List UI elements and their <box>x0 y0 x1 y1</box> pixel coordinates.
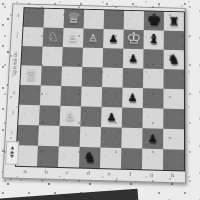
chess-board-frame: TORNEO ▲◆▼ ♕♚♜♘♙♙♟♔♝♟♞♖♟♙♟♟♞ abcdefgh 12… <box>2 3 186 183</box>
square-h4[interactable] <box>163 89 184 109</box>
white-p-piece-c3[interactable]: ♙ <box>60 105 81 126</box>
rank-label-5: 5 <box>11 71 19 76</box>
square-a1[interactable] <box>16 145 38 166</box>
square-a3[interactable] <box>18 105 40 126</box>
white-r-piece-a5[interactable]: ♖ <box>20 64 41 84</box>
square-d8[interactable] <box>84 10 105 29</box>
square-f2[interactable] <box>121 128 142 149</box>
square-g5[interactable] <box>143 69 164 89</box>
square-d5[interactable] <box>82 67 103 87</box>
square-e1[interactable] <box>100 147 121 168</box>
file-label-f: f <box>120 169 141 181</box>
square-b1[interactable] <box>37 146 59 167</box>
square-e2[interactable] <box>100 127 121 148</box>
chess-photo: TORNEO ▲◆▼ ♕♚♜♘♙♙♟♔♝♟♞♖♟♙♟♟♞ abcdefgh 12… <box>0 0 200 200</box>
square-f3[interactable] <box>122 107 143 128</box>
square-a2[interactable] <box>17 125 39 146</box>
white-p-piece-d7[interactable]: ♙ <box>83 28 104 48</box>
square-f7[interactable]: ♔ <box>123 30 143 50</box>
square-g4[interactable] <box>143 88 164 108</box>
file-label-c: c <box>57 167 78 179</box>
black-n-piece-h6[interactable]: ♞ <box>164 49 184 69</box>
square-c5[interactable] <box>61 66 82 86</box>
chess-board-grid[interactable]: ♕♚♜♘♙♙♟♔♝♟♞♖♟♙♟♟♞ <box>15 7 185 171</box>
square-b4[interactable] <box>40 85 61 105</box>
square-d3[interactable] <box>80 106 101 127</box>
square-d2[interactable] <box>80 126 101 147</box>
square-a5[interactable]: ♖ <box>20 65 41 85</box>
black-r-piece-h8[interactable]: ♜ <box>164 11 184 30</box>
square-h1[interactable] <box>163 149 184 170</box>
rank-label-8: 8 <box>14 13 22 18</box>
black-b-piece-g7[interactable]: ♝ <box>144 28 164 48</box>
black-p-piece-f4[interactable]: ♟ <box>122 87 143 107</box>
square-f5[interactable] <box>123 68 144 88</box>
square-h6[interactable]: ♞ <box>164 50 184 70</box>
chess-board-wrap: TORNEO ▲◆▼ ♕♚♜♘♙♙♟♔♝♟♞♖♟♙♟♟♞ abcdefgh 12… <box>2 3 186 183</box>
square-b7[interactable]: ♘ <box>43 27 64 47</box>
white-n-piece-b7[interactable]: ♘ <box>43 27 64 47</box>
square-h2[interactable] <box>163 129 184 150</box>
square-f4[interactable]: ♟ <box>122 88 143 108</box>
black-p-piece-e3[interactable]: ♟ <box>101 106 122 127</box>
square-f6[interactable]: ♟ <box>123 49 144 69</box>
square-b8[interactable] <box>43 9 64 28</box>
file-label-e: e <box>99 168 120 180</box>
square-e8[interactable] <box>104 10 124 29</box>
square-h7[interactable] <box>164 31 184 51</box>
square-b5[interactable] <box>41 66 62 86</box>
black-k-piece-g8[interactable]: ♚ <box>144 9 164 28</box>
black-p-piece-g2[interactable]: ♟ <box>142 127 163 148</box>
black-p-piece-e7[interactable]: ♟ <box>103 28 124 48</box>
file-label-h: h <box>162 170 183 182</box>
square-a8[interactable] <box>23 8 44 27</box>
square-h8[interactable]: ♜ <box>164 12 184 31</box>
rank-label-2: 2 <box>8 130 16 135</box>
rank-label-6: 6 <box>12 51 20 56</box>
square-c1[interactable] <box>58 146 80 167</box>
file-label-d: d <box>78 168 99 180</box>
square-b2[interactable] <box>38 125 60 146</box>
square-g7[interactable]: ♝ <box>144 30 164 50</box>
table-edge-shadow <box>0 189 138 200</box>
rank-label-1: 1 <box>7 151 15 156</box>
square-c6[interactable] <box>62 47 83 67</box>
square-c7[interactable]: ♙ <box>63 28 84 48</box>
square-a4[interactable] <box>19 85 40 105</box>
square-d7[interactable]: ♙ <box>83 29 104 49</box>
square-d1[interactable]: ♞ <box>79 147 101 168</box>
square-a7[interactable] <box>22 27 43 47</box>
square-c8[interactable]: ♕ <box>64 9 85 28</box>
square-a6[interactable] <box>21 46 42 66</box>
square-g1[interactable] <box>142 149 163 170</box>
square-b6[interactable] <box>42 47 63 67</box>
black-p-piece-f6[interactable]: ♟ <box>123 48 144 68</box>
square-d6[interactable] <box>82 48 103 68</box>
white-q-piece-c8[interactable]: ♕ <box>64 7 85 26</box>
rank-label-7: 7 <box>13 32 21 37</box>
square-g2[interactable]: ♟ <box>142 128 163 149</box>
square-c2[interactable] <box>59 126 81 147</box>
square-h5[interactable] <box>163 69 183 89</box>
square-e4[interactable] <box>102 87 123 107</box>
square-e7[interactable]: ♟ <box>103 29 124 49</box>
square-d4[interactable] <box>81 87 102 107</box>
black-n-piece-d1[interactable]: ♞ <box>79 146 101 167</box>
rank-label-4: 4 <box>10 90 18 95</box>
square-b3[interactable] <box>39 105 61 126</box>
file-label-g: g <box>141 169 162 181</box>
square-c4[interactable] <box>60 86 81 106</box>
square-e5[interactable] <box>102 67 123 87</box>
square-h3[interactable] <box>163 109 184 130</box>
file-label-a: a <box>14 166 36 178</box>
white-p-piece-c7[interactable]: ♙ <box>63 27 84 47</box>
square-e3[interactable]: ♟ <box>101 107 122 128</box>
square-e6[interactable] <box>103 48 124 68</box>
square-g3[interactable] <box>142 108 163 129</box>
square-c3[interactable]: ♙ <box>60 106 81 127</box>
file-label-b: b <box>35 166 57 178</box>
square-g6[interactable] <box>143 49 163 69</box>
square-f1[interactable] <box>121 148 142 169</box>
rank-label-3: 3 <box>9 110 17 115</box>
white-k-piece-f7[interactable]: ♔ <box>123 28 143 48</box>
